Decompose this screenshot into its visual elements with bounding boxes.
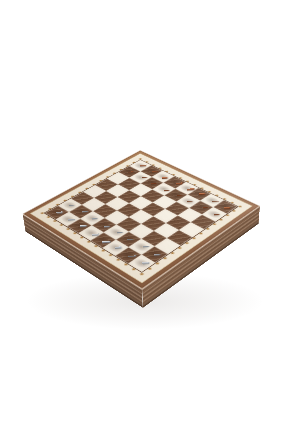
chess-box: ♜♞♝♛♚♝♞♜♟♟♟♟♟♟♟♟♟♟♟♟♟♟♟♟♜♞♝♛♚♝♞♜ xyxy=(23,150,260,289)
product-photo: ♜♞♝♛♚♝♞♜♟♟♟♟♟♟♟♟♟♟♟♟♟♟♟♟♜♞♝♛♚♝♞♜ xyxy=(0,0,287,431)
chess-board: ♜♞♝♛♚♝♞♜♟♟♟♟♟♟♟♟♟♟♟♟♟♟♟♟♜♞♝♛♚♝♞♜ xyxy=(23,150,260,289)
camera-tilt: ♜♞♝♛♚♝♞♜♟♟♟♟♟♟♟♟♟♟♟♟♟♟♟♟♜♞♝♛♚♝♞♜ xyxy=(0,0,287,431)
